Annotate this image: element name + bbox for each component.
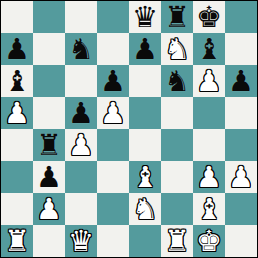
square-c2[interactable] (65, 193, 97, 225)
square-d3[interactable] (97, 161, 129, 193)
piece-black-king[interactable]: ♚ (196, 1, 222, 33)
square-g1[interactable]: ♚ (193, 225, 225, 257)
square-a5[interactable]: ♟ (1, 97, 33, 129)
square-c1[interactable]: ♛ (65, 225, 97, 257)
piece-white-bishop[interactable]: ♝ (132, 161, 158, 193)
piece-black-bishop[interactable]: ♝ (4, 65, 30, 97)
piece-white-pawn[interactable]: ♟ (228, 161, 254, 193)
piece-black-pawn[interactable]: ♟ (100, 65, 126, 97)
piece-white-king[interactable]: ♚ (196, 225, 222, 257)
piece-black-knight[interactable]: ♞ (68, 33, 94, 65)
piece-black-rook[interactable]: ♜ (36, 129, 62, 161)
piece-black-pawn[interactable]: ♟ (4, 33, 30, 65)
square-b6[interactable] (33, 65, 65, 97)
piece-white-rook[interactable]: ♜ (4, 225, 30, 257)
square-f4[interactable] (161, 129, 193, 161)
piece-white-pawn[interactable]: ♟ (196, 65, 222, 97)
piece-white-pawn[interactable]: ♟ (100, 97, 126, 129)
square-a1[interactable]: ♜ (1, 225, 33, 257)
square-a4[interactable] (1, 129, 33, 161)
square-f6[interactable]: ♞ (161, 65, 193, 97)
square-b1[interactable] (33, 225, 65, 257)
square-c7[interactable]: ♞ (65, 33, 97, 65)
square-a6[interactable]: ♝ (1, 65, 33, 97)
square-f2[interactable] (161, 193, 193, 225)
square-d8[interactable] (97, 1, 129, 33)
square-a8[interactable] (1, 1, 33, 33)
square-b2[interactable]: ♟ (33, 193, 65, 225)
square-e4[interactable] (129, 129, 161, 161)
square-h5[interactable] (225, 97, 257, 129)
square-b3[interactable]: ♟ (33, 161, 65, 193)
square-a3[interactable] (1, 161, 33, 193)
square-h3[interactable]: ♟ (225, 161, 257, 193)
square-d4[interactable] (97, 129, 129, 161)
piece-black-rook[interactable]: ♜ (164, 1, 190, 33)
square-f1[interactable]: ♜ (161, 225, 193, 257)
square-b7[interactable] (33, 33, 65, 65)
square-e3[interactable]: ♝ (129, 161, 161, 193)
square-b5[interactable] (33, 97, 65, 129)
piece-white-knight[interactable]: ♞ (164, 33, 190, 65)
square-b4[interactable]: ♜ (33, 129, 65, 161)
square-d7[interactable] (97, 33, 129, 65)
piece-black-pawn[interactable]: ♟ (228, 65, 254, 97)
square-f8[interactable]: ♜ (161, 1, 193, 33)
square-c8[interactable] (65, 1, 97, 33)
square-g3[interactable]: ♟ (193, 161, 225, 193)
square-h7[interactable] (225, 33, 257, 65)
square-e7[interactable]: ♟ (129, 33, 161, 65)
square-c3[interactable] (65, 161, 97, 193)
square-f7[interactable]: ♞ (161, 33, 193, 65)
square-e8[interactable]: ♛ (129, 1, 161, 33)
square-e5[interactable] (129, 97, 161, 129)
piece-black-bishop[interactable]: ♝ (196, 33, 222, 65)
square-a2[interactable] (1, 193, 33, 225)
chess-board-window: ♛♜♚♟♞♟♞♝♝♟♞♟♟♟♟♟♜♟♟♝♟♟♟♞♝♜♛♜♚ (0, 0, 258, 258)
square-c4[interactable]: ♟ (65, 129, 97, 161)
square-c6[interactable] (65, 65, 97, 97)
square-f5[interactable] (161, 97, 193, 129)
square-g5[interactable] (193, 97, 225, 129)
square-e1[interactable] (129, 225, 161, 257)
piece-white-knight[interactable]: ♞ (132, 193, 158, 225)
square-d5[interactable]: ♟ (97, 97, 129, 129)
square-c5[interactable]: ♟ (65, 97, 97, 129)
piece-black-queen[interactable]: ♛ (132, 1, 158, 33)
square-h6[interactable]: ♟ (225, 65, 257, 97)
piece-white-bishop[interactable]: ♝ (196, 193, 222, 225)
piece-white-queen[interactable]: ♛ (68, 225, 94, 257)
piece-white-pawn[interactable]: ♟ (4, 97, 30, 129)
square-g2[interactable]: ♝ (193, 193, 225, 225)
square-a7[interactable]: ♟ (1, 33, 33, 65)
square-h8[interactable] (225, 1, 257, 33)
square-h1[interactable] (225, 225, 257, 257)
square-g7[interactable]: ♝ (193, 33, 225, 65)
piece-black-pawn[interactable]: ♟ (36, 161, 62, 193)
square-h2[interactable] (225, 193, 257, 225)
square-e6[interactable] (129, 65, 161, 97)
square-d1[interactable] (97, 225, 129, 257)
square-d2[interactable] (97, 193, 129, 225)
square-f3[interactable] (161, 161, 193, 193)
chess-board: ♛♜♚♟♞♟♞♝♝♟♞♟♟♟♟♟♜♟♟♝♟♟♟♞♝♜♛♜♚ (0, 0, 258, 258)
piece-white-rook[interactable]: ♜ (164, 225, 190, 257)
piece-white-pawn[interactable]: ♟ (36, 193, 62, 225)
square-h4[interactable] (225, 129, 257, 161)
piece-black-pawn[interactable]: ♟ (68, 97, 94, 129)
piece-black-pawn[interactable]: ♟ (132, 33, 158, 65)
piece-black-knight[interactable]: ♞ (164, 65, 190, 97)
square-g6[interactable]: ♟ (193, 65, 225, 97)
square-g4[interactable] (193, 129, 225, 161)
square-e2[interactable]: ♞ (129, 193, 161, 225)
square-g8[interactable]: ♚ (193, 1, 225, 33)
square-d6[interactable]: ♟ (97, 65, 129, 97)
square-b8[interactable] (33, 1, 65, 33)
piece-white-pawn[interactable]: ♟ (196, 161, 222, 193)
piece-white-pawn[interactable]: ♟ (68, 129, 94, 161)
